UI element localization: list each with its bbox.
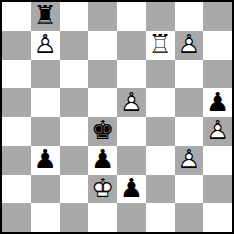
square-h8[interactable]: [203, 2, 232, 31]
square-g2[interactable]: [175, 175, 204, 204]
square-e1[interactable]: [117, 203, 146, 232]
white-piece-outline: ♙: [206, 117, 229, 143]
square-d5[interactable]: [88, 88, 117, 117]
white-pawn[interactable]: ♟♙: [117, 88, 146, 117]
square-f5[interactable]: [146, 88, 175, 117]
square-f7[interactable]: ♜♖: [146, 31, 175, 60]
white-king[interactable]: ♚♔: [88, 175, 117, 204]
square-g3[interactable]: ♟♙: [175, 146, 204, 175]
square-b2[interactable]: [31, 175, 60, 204]
square-a7[interactable]: [2, 31, 31, 60]
black-piece-glyph: ♟: [120, 175, 143, 201]
square-c6[interactable]: [60, 60, 89, 89]
square-h2[interactable]: [203, 175, 232, 204]
black-pawn[interactable]: ♟: [31, 146, 60, 175]
square-d4[interactable]: ♚: [88, 117, 117, 146]
square-h4[interactable]: ♟♙: [203, 117, 232, 146]
square-d6[interactable]: [88, 60, 117, 89]
square-e2[interactable]: ♟: [117, 175, 146, 204]
square-f8[interactable]: [146, 2, 175, 31]
black-piece-glyph: ♚: [91, 117, 114, 143]
square-b5[interactable]: [31, 88, 60, 117]
square-c4[interactable]: [60, 117, 89, 146]
square-e3[interactable]: [117, 146, 146, 175]
black-piece-glyph: ♜: [33, 2, 56, 28]
square-f2[interactable]: [146, 175, 175, 204]
chess-diagram: ♜♟♙♜♖♟♙♟♙♟♚♟♙♟♟♟♙♚♔♟: [0, 0, 234, 234]
square-f1[interactable]: [146, 203, 175, 232]
square-h6[interactable]: [203, 60, 232, 89]
black-piece-glyph: ♟: [91, 146, 114, 172]
white-piece-outline: ♙: [33, 31, 56, 57]
white-pawn[interactable]: ♟♙: [31, 31, 60, 60]
square-f6[interactable]: [146, 60, 175, 89]
square-h7[interactable]: [203, 31, 232, 60]
square-h1[interactable]: [203, 203, 232, 232]
square-e6[interactable]: [117, 60, 146, 89]
white-pawn[interactable]: ♟♙: [175, 146, 204, 175]
square-d2[interactable]: ♚♔: [88, 175, 117, 204]
square-d8[interactable]: [88, 2, 117, 31]
square-c1[interactable]: [60, 203, 89, 232]
square-h3[interactable]: [203, 146, 232, 175]
square-a8[interactable]: [2, 2, 31, 31]
square-d7[interactable]: [88, 31, 117, 60]
square-e4[interactable]: [117, 117, 146, 146]
square-a4[interactable]: [2, 117, 31, 146]
square-b7[interactable]: ♟♙: [31, 31, 60, 60]
white-pawn[interactable]: ♟♙: [175, 31, 204, 60]
square-d1[interactable]: [88, 203, 117, 232]
square-e7[interactable]: [117, 31, 146, 60]
square-c7[interactable]: [60, 31, 89, 60]
square-g4[interactable]: [175, 117, 204, 146]
square-g1[interactable]: [175, 203, 204, 232]
square-c3[interactable]: [60, 146, 89, 175]
square-g6[interactable]: [175, 60, 204, 89]
white-pawn[interactable]: ♟♙: [203, 117, 232, 146]
square-a6[interactable]: [2, 60, 31, 89]
square-h5[interactable]: ♟: [203, 88, 232, 117]
square-f3[interactable]: [146, 146, 175, 175]
square-e8[interactable]: [117, 2, 146, 31]
black-piece-glyph: ♟: [33, 146, 56, 172]
square-b3[interactable]: ♟: [31, 146, 60, 175]
square-b4[interactable]: [31, 117, 60, 146]
square-g7[interactable]: ♟♙: [175, 31, 204, 60]
square-d3[interactable]: ♟: [88, 146, 117, 175]
square-g5[interactable]: [175, 88, 204, 117]
square-b1[interactable]: [31, 203, 60, 232]
square-c5[interactable]: [60, 88, 89, 117]
square-a3[interactable]: [2, 146, 31, 175]
white-rook[interactable]: ♜♖: [146, 31, 175, 60]
square-b8[interactable]: ♜: [31, 2, 60, 31]
square-e5[interactable]: ♟♙: [117, 88, 146, 117]
black-king[interactable]: ♚: [88, 117, 117, 146]
white-piece-outline: ♖: [148, 31, 171, 57]
white-piece-outline: ♙: [177, 31, 200, 57]
square-f4[interactable]: [146, 117, 175, 146]
square-c8[interactable]: [60, 2, 89, 31]
black-rook[interactable]: ♜: [31, 2, 60, 31]
black-piece-glyph: ♟: [206, 89, 229, 115]
white-piece-outline: ♙: [177, 146, 200, 172]
black-pawn[interactable]: ♟: [117, 175, 146, 204]
black-pawn[interactable]: ♟: [88, 146, 117, 175]
square-a1[interactable]: [2, 203, 31, 232]
square-a2[interactable]: [2, 175, 31, 204]
black-pawn[interactable]: ♟: [203, 88, 232, 117]
white-piece-outline: ♔: [91, 175, 114, 201]
white-piece-outline: ♙: [120, 89, 143, 115]
square-a5[interactable]: [2, 88, 31, 117]
square-g8[interactable]: [175, 2, 204, 31]
square-c2[interactable]: [60, 175, 89, 204]
chess-board: ♜♟♙♜♖♟♙♟♙♟♚♟♙♟♟♟♙♚♔♟: [0, 0, 234, 234]
square-b6[interactable]: [31, 60, 60, 89]
